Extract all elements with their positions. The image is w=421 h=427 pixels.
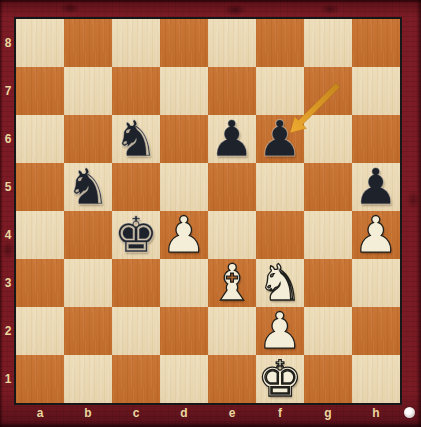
square-h2[interactable] — [352, 307, 400, 355]
square-a1[interactable] — [16, 355, 64, 403]
file-label-a: a — [16, 403, 64, 427]
white-knight-f3[interactable]: ♞ — [258, 259, 303, 307]
rank-label-6: 6 — [0, 115, 16, 163]
square-f7[interactable] — [256, 67, 304, 115]
square-g2[interactable] — [304, 307, 352, 355]
square-d2[interactable] — [160, 307, 208, 355]
square-a2[interactable] — [16, 307, 64, 355]
square-e1[interactable] — [208, 355, 256, 403]
rank-label-7: 7 — [0, 67, 16, 115]
square-g6[interactable] — [304, 115, 352, 163]
square-g1[interactable] — [304, 355, 352, 403]
square-c7[interactable] — [112, 67, 160, 115]
square-f2[interactable]: ♟ — [256, 307, 304, 355]
board: ♞♟♟♞♟♚♟♟♝♞♟♚ — [16, 19, 400, 403]
square-h5[interactable]: ♟ — [352, 163, 400, 211]
square-d4[interactable]: ♟ — [160, 211, 208, 259]
square-f1[interactable]: ♚ — [256, 355, 304, 403]
square-b5[interactable]: ♞ — [64, 163, 112, 211]
square-d7[interactable] — [160, 67, 208, 115]
square-h7[interactable] — [352, 67, 400, 115]
square-c2[interactable] — [112, 307, 160, 355]
square-e6[interactable]: ♟ — [208, 115, 256, 163]
rank-label-4: 4 — [0, 211, 16, 259]
square-a7[interactable] — [16, 67, 64, 115]
square-a5[interactable] — [16, 163, 64, 211]
square-h3[interactable] — [352, 259, 400, 307]
file-label-e: e — [208, 403, 256, 427]
square-h4[interactable]: ♟ — [352, 211, 400, 259]
square-g5[interactable] — [304, 163, 352, 211]
square-a8[interactable] — [16, 19, 64, 67]
white-bishop-e3[interactable]: ♝ — [210, 259, 255, 307]
square-b4[interactable] — [64, 211, 112, 259]
square-d3[interactable] — [160, 259, 208, 307]
square-f6[interactable]: ♟ — [256, 115, 304, 163]
white-pawn-h4[interactable]: ♟ — [354, 211, 399, 259]
white-pawn-f2[interactable]: ♟ — [258, 307, 303, 355]
square-h8[interactable] — [352, 19, 400, 67]
square-g4[interactable] — [304, 211, 352, 259]
square-e8[interactable] — [208, 19, 256, 67]
square-d8[interactable] — [160, 19, 208, 67]
black-pawn-h5[interactable]: ♟ — [354, 163, 399, 211]
black-pawn-e6[interactable]: ♟ — [210, 115, 255, 163]
square-h1[interactable] — [352, 355, 400, 403]
black-king-c4[interactable]: ♚ — [114, 211, 159, 259]
square-g3[interactable] — [304, 259, 352, 307]
square-a3[interactable] — [16, 259, 64, 307]
square-a4[interactable] — [16, 211, 64, 259]
square-d1[interactable] — [160, 355, 208, 403]
square-e2[interactable] — [208, 307, 256, 355]
square-d5[interactable] — [160, 163, 208, 211]
file-label-b: b — [64, 403, 112, 427]
square-f3[interactable]: ♞ — [256, 259, 304, 307]
black-knight-b5[interactable]: ♞ — [66, 163, 111, 211]
square-e3[interactable]: ♝ — [208, 259, 256, 307]
square-c4[interactable]: ♚ — [112, 211, 160, 259]
square-f8[interactable] — [256, 19, 304, 67]
square-e4[interactable] — [208, 211, 256, 259]
square-c1[interactable] — [112, 355, 160, 403]
chess-board-window: 87654321 abcdefgh ♞♟♟♞♟♚♟♟♝♞♟♚ — [0, 0, 421, 427]
square-h6[interactable] — [352, 115, 400, 163]
rank-labels: 87654321 — [0, 19, 16, 403]
black-pawn-f6[interactable]: ♟ — [258, 115, 303, 163]
file-labels: abcdefgh — [16, 403, 400, 427]
black-knight-c6[interactable]: ♞ — [114, 115, 159, 163]
square-b8[interactable] — [64, 19, 112, 67]
square-f4[interactable] — [256, 211, 304, 259]
rank-label-2: 2 — [0, 307, 16, 355]
white-king-f1[interactable]: ♚ — [258, 355, 303, 403]
square-b7[interactable] — [64, 67, 112, 115]
square-e7[interactable] — [208, 67, 256, 115]
rank-label-5: 5 — [0, 163, 16, 211]
square-c5[interactable] — [112, 163, 160, 211]
file-label-g: g — [304, 403, 352, 427]
square-g8[interactable] — [304, 19, 352, 67]
file-label-c: c — [112, 403, 160, 427]
square-b1[interactable] — [64, 355, 112, 403]
square-f5[interactable] — [256, 163, 304, 211]
corner-dot-icon — [404, 407, 415, 418]
square-d6[interactable] — [160, 115, 208, 163]
white-pawn-d4[interactable]: ♟ — [162, 211, 207, 259]
square-b3[interactable] — [64, 259, 112, 307]
file-label-d: d — [160, 403, 208, 427]
square-g7[interactable] — [304, 67, 352, 115]
square-a6[interactable] — [16, 115, 64, 163]
square-b2[interactable] — [64, 307, 112, 355]
rank-label-1: 1 — [0, 355, 16, 403]
square-c6[interactable]: ♞ — [112, 115, 160, 163]
square-c8[interactable] — [112, 19, 160, 67]
square-c3[interactable] — [112, 259, 160, 307]
rank-label-8: 8 — [0, 19, 16, 67]
square-e5[interactable] — [208, 163, 256, 211]
square-b6[interactable] — [64, 115, 112, 163]
file-label-h: h — [352, 403, 400, 427]
rank-label-3: 3 — [0, 259, 16, 307]
